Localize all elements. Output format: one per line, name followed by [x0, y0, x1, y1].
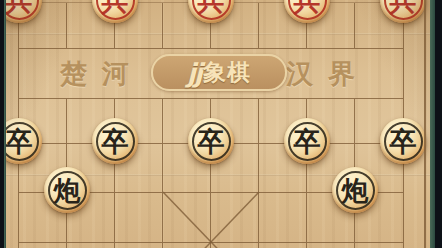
board-cell: [67, 243, 115, 248]
board-cell: [259, 243, 307, 248]
piece-ring: [192, 122, 231, 161]
piece-ring: [96, 122, 135, 161]
board-cell: [19, 243, 67, 248]
piece-black-black-cannon-file8[interactable]: 炮: [332, 167, 378, 213]
piece-black-black-cannon-file2[interactable]: 炮: [44, 167, 90, 213]
left-edge-strip: [4, 0, 6, 248]
board-cell: [211, 243, 259, 248]
piece-ring: [288, 0, 327, 20]
piece-ring: [0, 122, 39, 161]
piece-ring: [384, 0, 423, 20]
board-cell: [307, 243, 355, 248]
piece-ring: [288, 122, 327, 161]
jj-logo-mark: jj: [187, 58, 201, 88]
piece-ring: [336, 171, 375, 210]
board-cell: [115, 193, 163, 243]
jj-logo-name: 象棋: [203, 57, 251, 88]
piece-ring: [0, 0, 39, 20]
board-cell: [211, 193, 259, 243]
board-cell: [355, 243, 403, 248]
board-cell: [163, 193, 211, 243]
piece-black-black-soldier-file3[interactable]: 卒: [92, 118, 138, 164]
xiangqi-board[interactable]: 楚河 汉界 jj 象棋 兵兵兵兵兵卒卒卒卒卒炮炮: [0, 0, 442, 248]
xiangqi-game-frame: 楚河 汉界 jj 象棋 兵兵兵兵兵卒卒卒卒卒炮炮: [0, 0, 442, 248]
board-right-border: [424, 0, 426, 248]
river-label-chu-he: 楚河: [60, 56, 144, 92]
board-cell: [259, 193, 307, 243]
piece-ring: [96, 0, 135, 20]
letterbox-right: [435, 0, 442, 248]
board-cell: [163, 243, 211, 248]
piece-black-black-soldier-file5[interactable]: 卒: [188, 118, 234, 164]
jj-xiangqi-logo: jj 象棋: [151, 54, 287, 91]
piece-black-black-soldier-file9[interactable]: 卒: [380, 118, 426, 164]
letterbox-left: [0, 0, 4, 248]
piece-black-black-soldier-file7[interactable]: 卒: [284, 118, 330, 164]
piece-ring: [192, 0, 231, 20]
piece-ring: [48, 171, 87, 210]
river-label-han-jie: 汉界: [286, 56, 370, 92]
piece-ring: [384, 122, 423, 161]
board-cell: [115, 243, 163, 248]
